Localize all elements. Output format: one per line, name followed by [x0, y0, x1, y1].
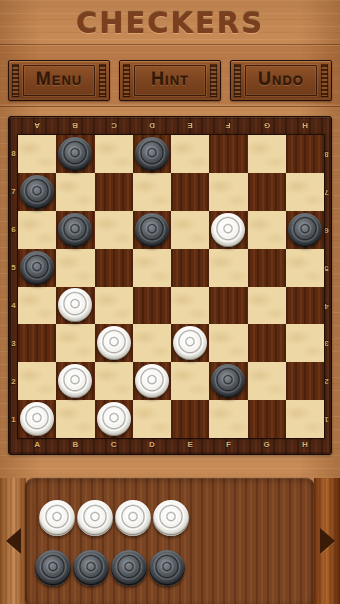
captured-white-piece [153, 500, 189, 536]
square-g8 [248, 135, 286, 173]
coord-label: 2 [9, 362, 18, 400]
coord-label: E [171, 438, 209, 451]
square-e5[interactable] [171, 249, 209, 287]
captured-white-piece [39, 500, 75, 536]
coord-label: D [133, 119, 171, 132]
file-labels-bottom: ABCDEFGH [18, 438, 324, 451]
square-b4[interactable] [56, 287, 94, 325]
square-d6[interactable] [133, 211, 171, 249]
black-piece-h6[interactable] [288, 213, 322, 247]
coord-label: A [18, 438, 56, 451]
black-piece-d8[interactable] [135, 137, 169, 171]
menu-button-label: Menu [9, 61, 109, 100]
menu-button[interactable]: Menu [8, 60, 110, 101]
square-c3[interactable] [95, 324, 133, 362]
square-b8[interactable] [56, 135, 94, 173]
square-b1 [56, 400, 94, 438]
square-e1[interactable] [171, 400, 209, 438]
square-f3 [209, 324, 247, 362]
board-grid [18, 135, 324, 438]
black-piece-f2[interactable] [211, 364, 245, 398]
square-a8 [18, 135, 56, 173]
square-e3[interactable] [171, 324, 209, 362]
black-piece-a7[interactable] [20, 175, 54, 209]
square-b5 [56, 249, 94, 287]
page-title: CHECKERS [0, 1, 340, 43]
game-board: ABCDEFGH ABCDEFGH 87654321 87654321 [8, 116, 332, 455]
coord-label: B [56, 119, 94, 132]
hint-button[interactable]: Hint [119, 60, 221, 101]
square-d1 [133, 400, 171, 438]
square-h6[interactable] [286, 211, 324, 249]
coord-label: C [95, 438, 133, 451]
square-f4[interactable] [209, 287, 247, 325]
white-piece-d2[interactable] [135, 364, 169, 398]
square-b2[interactable] [56, 362, 94, 400]
square-e6 [171, 211, 209, 249]
white-piece-b4[interactable] [58, 288, 92, 322]
coord-label: H [286, 119, 324, 132]
square-c4 [95, 287, 133, 325]
square-g6 [248, 211, 286, 249]
coord-label: 1 [9, 400, 18, 438]
captured-black-row [35, 550, 185, 586]
white-piece-b2[interactable] [58, 364, 92, 398]
square-g2 [248, 362, 286, 400]
file-labels-top: ABCDEFGH [18, 119, 324, 132]
captured-white-piece [115, 500, 151, 536]
captured-black-piece [73, 550, 109, 586]
right-arrow-icon [320, 528, 335, 554]
white-piece-c1[interactable] [97, 402, 131, 436]
black-piece-b8[interactable] [58, 137, 92, 171]
square-c7[interactable] [95, 173, 133, 211]
square-d5 [133, 249, 171, 287]
coord-label: 6 [9, 211, 18, 249]
square-a2 [18, 362, 56, 400]
square-g7[interactable] [248, 173, 286, 211]
captured-white-row [39, 500, 189, 536]
white-piece-f6[interactable] [211, 213, 245, 247]
captured-tray-section [0, 478, 340, 604]
coord-label: 4 [9, 287, 18, 325]
coord-label: F [209, 119, 247, 132]
tray-left-arrow-button[interactable] [0, 478, 26, 604]
coord-label: G [248, 438, 286, 451]
square-d7 [133, 173, 171, 211]
coord-label: B [56, 438, 94, 451]
square-e7[interactable] [171, 173, 209, 211]
coord-label: 8 [9, 135, 18, 173]
coord-label: H [286, 438, 324, 451]
square-h2[interactable] [286, 362, 324, 400]
square-f2[interactable] [209, 362, 247, 400]
coord-label: G [248, 119, 286, 132]
white-piece-e3[interactable] [173, 326, 207, 360]
square-d2[interactable] [133, 362, 171, 400]
square-f6[interactable] [209, 211, 247, 249]
square-c8 [95, 135, 133, 173]
square-f5 [209, 249, 247, 287]
square-a7[interactable] [18, 173, 56, 211]
white-piece-a1[interactable] [20, 402, 54, 436]
square-a5[interactable] [18, 249, 56, 287]
square-b7 [56, 173, 94, 211]
square-a3[interactable] [18, 324, 56, 362]
square-c1[interactable] [95, 400, 133, 438]
toolbar: Menu Hint Undo [8, 60, 332, 101]
square-a4 [18, 287, 56, 325]
coord-label: 7 [9, 173, 18, 211]
square-a6 [18, 211, 56, 249]
captured-white-piece [77, 500, 113, 536]
square-g4 [248, 287, 286, 325]
square-f7 [209, 173, 247, 211]
coord-label: E [171, 119, 209, 132]
square-g5[interactable] [248, 249, 286, 287]
rank-labels-left: 87654321 [9, 135, 18, 438]
square-d3 [133, 324, 171, 362]
square-c2 [95, 362, 133, 400]
hint-button-label: Hint [120, 61, 220, 100]
square-g1[interactable] [248, 400, 286, 438]
square-a1[interactable] [18, 400, 56, 438]
square-h1 [286, 400, 324, 438]
square-b6[interactable] [56, 211, 94, 249]
square-f1 [209, 400, 247, 438]
undo-button[interactable]: Undo [230, 60, 332, 101]
square-g3[interactable] [248, 324, 286, 362]
black-piece-a5[interactable] [20, 251, 54, 285]
square-h3 [286, 324, 324, 362]
square-h5 [286, 249, 324, 287]
white-piece-c3[interactable] [97, 326, 131, 360]
square-e2 [171, 362, 209, 400]
coord-label: A [18, 119, 56, 132]
captured-black-piece [149, 550, 185, 586]
left-arrow-icon [6, 528, 21, 554]
black-piece-d6[interactable] [135, 213, 169, 247]
square-d8[interactable] [133, 135, 171, 173]
captured-black-piece [35, 550, 71, 586]
square-h4[interactable] [286, 287, 324, 325]
coord-label: D [133, 438, 171, 451]
coord-label: 5 [9, 249, 18, 287]
undo-button-label: Undo [231, 61, 331, 100]
coord-label: 3 [9, 324, 18, 362]
black-piece-b6[interactable] [58, 213, 92, 247]
tray-right-arrow-button[interactable] [314, 478, 340, 604]
coord-label: C [95, 119, 133, 132]
square-e4 [171, 287, 209, 325]
square-h7 [286, 173, 324, 211]
square-f8[interactable] [209, 135, 247, 173]
square-d4[interactable] [133, 287, 171, 325]
captured-black-piece [111, 550, 147, 586]
coord-label: F [209, 438, 247, 451]
square-c5[interactable] [95, 249, 133, 287]
square-b3 [56, 324, 94, 362]
square-c6 [95, 211, 133, 249]
square-h8[interactable] [286, 135, 324, 173]
captured-tray-panel [25, 478, 315, 604]
app-root: CHECKERS Menu Hint Undo ABCDEFGH ABCDEFG… [0, 0, 340, 604]
square-e8 [171, 135, 209, 173]
